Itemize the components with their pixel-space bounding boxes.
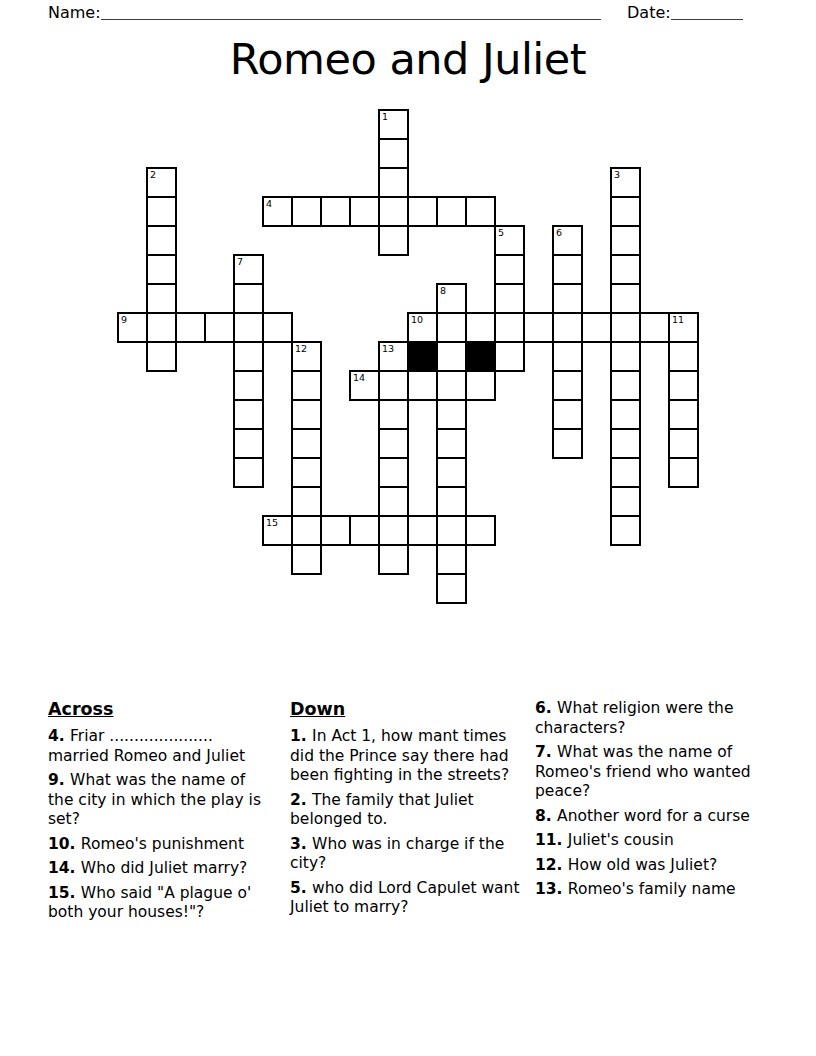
clue-number: 7 bbox=[237, 256, 243, 267]
clue-across-15: 15. Who said "A plague o' both your hous… bbox=[48, 884, 266, 923]
grid-cell[interactable] bbox=[610, 196, 641, 227]
clue-number-label: 8. bbox=[535, 807, 557, 825]
name-underline bbox=[101, 19, 601, 20]
clue-text: Romeo's punishment bbox=[81, 835, 244, 853]
grid-cell[interactable] bbox=[378, 457, 409, 488]
grid-cell[interactable] bbox=[349, 196, 380, 227]
grid-cell[interactable] bbox=[436, 196, 467, 227]
clue-number: 9 bbox=[121, 314, 127, 325]
grid-cell[interactable] bbox=[610, 254, 641, 285]
grid-cell[interactable] bbox=[610, 283, 641, 314]
crossword-grid: 123456789101112131415 bbox=[117, 109, 699, 604]
grid-cell[interactable] bbox=[494, 312, 525, 343]
grid-cell[interactable] bbox=[494, 283, 525, 314]
grid-cell[interactable] bbox=[668, 457, 699, 488]
clue-text: who did Lord Capulet want Juliet to marr… bbox=[290, 879, 520, 917]
grid-cell[interactable] bbox=[378, 486, 409, 517]
clue-number: 13 bbox=[382, 343, 394, 354]
grid-cell[interactable] bbox=[552, 399, 583, 430]
grid-cell[interactable]: 12 bbox=[291, 341, 322, 372]
grid-cell[interactable]: 13 bbox=[378, 341, 409, 372]
clue-number-label: 2. bbox=[290, 791, 312, 809]
crossword-worksheet: Name: Date: Romeo and Juliet 12345678910… bbox=[0, 0, 816, 1056]
grid-cell[interactable] bbox=[552, 428, 583, 459]
clue-across-14: 14. Who did Juliet marry? bbox=[48, 859, 266, 879]
grid-cell[interactable] bbox=[436, 573, 467, 604]
clue-down-1: 1. In Act 1, how mant times did the Prin… bbox=[290, 727, 530, 786]
clue-number-label: 4. bbox=[48, 727, 70, 745]
grid-cell[interactable] bbox=[552, 254, 583, 285]
clue-text: Another word for a curse bbox=[557, 807, 750, 825]
grid-cell[interactable] bbox=[378, 515, 409, 546]
clue-number: 1 bbox=[382, 111, 388, 122]
grid-cell[interactable] bbox=[146, 312, 177, 343]
grid-cell[interactable] bbox=[610, 225, 641, 256]
clue-text: Who did Juliet marry? bbox=[81, 859, 248, 877]
clue-down-13: 13. Romeo's family name bbox=[535, 880, 767, 900]
grid-cell[interactable] bbox=[552, 370, 583, 401]
grid-cell[interactable] bbox=[465, 196, 496, 227]
clue-number-label: 6. bbox=[535, 699, 557, 717]
down-clue-list-2: 6. What religion were the characters?7. … bbox=[535, 699, 767, 900]
clue-down-7: 7. What was the name of Romeo's friend w… bbox=[535, 743, 767, 802]
grid-cell[interactable] bbox=[291, 457, 322, 488]
grid-cell[interactable] bbox=[378, 138, 409, 169]
grid-cell[interactable]: 14 bbox=[349, 370, 380, 401]
across-clues-column: Across 4. Friar ..................... ma… bbox=[48, 699, 266, 928]
clue-down-12: 12. How old was Juliet? bbox=[535, 856, 767, 876]
clue-number-label: 14. bbox=[48, 859, 81, 877]
down-heading: Down bbox=[290, 699, 530, 719]
grid-cell[interactable] bbox=[668, 428, 699, 459]
clue-text: What religion were the characters? bbox=[535, 699, 733, 737]
grid-cell[interactable] bbox=[291, 515, 322, 546]
grid-cell[interactable] bbox=[494, 254, 525, 285]
grid-cell[interactable] bbox=[349, 515, 380, 546]
grid-cell[interactable] bbox=[146, 283, 177, 314]
grid-cell[interactable] bbox=[291, 399, 322, 430]
clue-number-label: 7. bbox=[535, 743, 557, 761]
grid-cell[interactable] bbox=[407, 196, 438, 227]
grid-cell[interactable] bbox=[407, 515, 438, 546]
clue-down-6: 6. What religion were the characters? bbox=[535, 699, 767, 738]
grid-cell[interactable]: 2 bbox=[146, 167, 177, 198]
grid-cell[interactable] bbox=[291, 196, 322, 227]
grid-cell[interactable]: 4 bbox=[262, 196, 293, 227]
grid-cell[interactable]: 3 bbox=[610, 167, 641, 198]
clue-number: 4 bbox=[266, 198, 272, 209]
across-clue-list: 4. Friar ..................... married R… bbox=[48, 727, 266, 923]
grid-cell[interactable] bbox=[378, 544, 409, 575]
grid-cell[interactable] bbox=[320, 515, 351, 546]
grid-cell[interactable]: 9 bbox=[117, 312, 148, 343]
grid-cell[interactable] bbox=[378, 225, 409, 256]
page-title: Romeo and Juliet bbox=[0, 34, 816, 84]
clue-number: 12 bbox=[295, 343, 307, 354]
grid-cell[interactable] bbox=[407, 370, 438, 401]
clue-text: What was the name of Romeo's friend who … bbox=[535, 743, 751, 800]
clue-number: 6 bbox=[556, 227, 562, 238]
grid-cell[interactable] bbox=[610, 486, 641, 517]
grid-cell[interactable]: 5 bbox=[494, 225, 525, 256]
grid-cell[interactable] bbox=[436, 486, 467, 517]
grid-cell[interactable] bbox=[552, 312, 583, 343]
clue-number: 8 bbox=[440, 285, 446, 296]
clue-across-10: 10. Romeo's punishment bbox=[48, 835, 266, 855]
grid-cell[interactable] bbox=[233, 457, 264, 488]
grid-cell[interactable] bbox=[146, 196, 177, 227]
grid-cell[interactable]: 6 bbox=[552, 225, 583, 256]
black-cell bbox=[407, 341, 438, 372]
grid-cell[interactable] bbox=[436, 457, 467, 488]
grid-cell[interactable] bbox=[523, 312, 554, 343]
grid-cell[interactable] bbox=[262, 312, 293, 343]
date-label: Date: bbox=[627, 3, 671, 22]
grid-cell[interactable] bbox=[436, 515, 467, 546]
grid-cell[interactable]: 8 bbox=[436, 283, 467, 314]
grid-cell[interactable] bbox=[378, 428, 409, 459]
grid-cell[interactable] bbox=[378, 370, 409, 401]
grid-cell[interactable] bbox=[146, 341, 177, 372]
grid-cell[interactable] bbox=[610, 399, 641, 430]
grid-cell[interactable] bbox=[610, 515, 641, 546]
clue-number: 10 bbox=[411, 314, 423, 325]
grid-cell[interactable] bbox=[378, 399, 409, 430]
grid-cell[interactable] bbox=[552, 283, 583, 314]
grid-cell[interactable]: 15 bbox=[262, 515, 293, 546]
grid-cell[interactable]: 11 bbox=[668, 312, 699, 343]
down-clue-list-1: 1. In Act 1, how mant times did the Prin… bbox=[290, 727, 530, 918]
clue-number-label: 10. bbox=[48, 835, 81, 853]
grid-cell[interactable] bbox=[668, 341, 699, 372]
clue-text: Who was in charge if the city? bbox=[290, 835, 504, 873]
clue-number-label: 13. bbox=[535, 880, 568, 898]
grid-cell[interactable] bbox=[610, 457, 641, 488]
clue-text: Juliet's cousin bbox=[568, 831, 674, 849]
down-clues-column-2: 6. What religion were the characters?7. … bbox=[535, 699, 767, 905]
grid-cell[interactable]: 1 bbox=[378, 109, 409, 140]
grid-cell[interactable] bbox=[436, 544, 467, 575]
grid-cell[interactable]: 10 bbox=[407, 312, 438, 343]
clue-text: Friar ..................... married Rome… bbox=[48, 727, 245, 765]
clue-text: In Act 1, how mant times did the Prince … bbox=[290, 727, 509, 784]
grid-cell[interactable] bbox=[552, 341, 583, 372]
grid-cell[interactable] bbox=[581, 312, 612, 343]
black-cell bbox=[465, 341, 496, 372]
clue-number-label: 9. bbox=[48, 771, 70, 789]
date-underline bbox=[671, 19, 743, 20]
clue-across-4: 4. Friar ..................... married R… bbox=[48, 727, 266, 766]
grid-cell[interactable] bbox=[436, 428, 467, 459]
clue-number-label: 1. bbox=[290, 727, 312, 745]
clue-number-label: 3. bbox=[290, 835, 312, 853]
grid-cell[interactable] bbox=[320, 196, 351, 227]
grid-cell[interactable] bbox=[436, 370, 467, 401]
grid-cell[interactable] bbox=[233, 370, 264, 401]
clue-down-2: 2. The family that Juliet belonged to. bbox=[290, 791, 530, 830]
clue-number: 11 bbox=[672, 314, 684, 325]
grid-cell[interactable] bbox=[639, 312, 670, 343]
grid-cell[interactable] bbox=[668, 399, 699, 430]
down-clues-column-1: Down 1. In Act 1, how mant times did the… bbox=[290, 699, 530, 923]
grid-cell[interactable] bbox=[465, 370, 496, 401]
grid-cell[interactable] bbox=[175, 312, 206, 343]
across-heading: Across bbox=[48, 699, 266, 719]
grid-cell[interactable] bbox=[204, 312, 235, 343]
grid-cell[interactable] bbox=[146, 254, 177, 285]
grid-cell[interactable] bbox=[610, 341, 641, 372]
clue-down-11: 11. Juliet's cousin bbox=[535, 831, 767, 851]
grid-cell[interactable] bbox=[291, 544, 322, 575]
clue-text: How old was Juliet? bbox=[568, 856, 717, 874]
grid-cell[interactable] bbox=[378, 167, 409, 198]
grid-cell[interactable] bbox=[465, 312, 496, 343]
grid-cell[interactable] bbox=[610, 428, 641, 459]
grid-cell[interactable] bbox=[668, 370, 699, 401]
grid-cell[interactable] bbox=[233, 341, 264, 372]
name-label: Name: bbox=[48, 3, 101, 22]
clue-number-label: 12. bbox=[535, 856, 568, 874]
clue-number: 14 bbox=[353, 372, 365, 383]
clue-across-9: 9. What was the name of the city in whic… bbox=[48, 771, 266, 830]
clue-text: Romeo's family name bbox=[568, 880, 736, 898]
clue-text: What was the name of the city in which t… bbox=[48, 771, 261, 828]
clue-down-5: 5. who did Lord Capulet want Juliet to m… bbox=[290, 879, 530, 918]
grid-cell[interactable] bbox=[291, 370, 322, 401]
clue-down-3: 3. Who was in charge if the city? bbox=[290, 835, 530, 874]
grid-cell[interactable] bbox=[146, 225, 177, 256]
grid-cell[interactable] bbox=[233, 312, 264, 343]
grid-cell[interactable] bbox=[465, 515, 496, 546]
grid-cell[interactable] bbox=[233, 428, 264, 459]
clue-text: The family that Juliet belonged to. bbox=[290, 791, 474, 829]
grid-cell[interactable] bbox=[436, 399, 467, 430]
grid-cell[interactable] bbox=[378, 196, 409, 227]
clue-down-8: 8. Another word for a curse bbox=[535, 807, 767, 827]
grid-cell[interactable] bbox=[291, 486, 322, 517]
grid-cell[interactable] bbox=[610, 312, 641, 343]
clue-number: 3 bbox=[614, 169, 620, 180]
grid-cell[interactable] bbox=[291, 428, 322, 459]
grid-cell[interactable] bbox=[233, 283, 264, 314]
clue-number-label: 5. bbox=[290, 879, 312, 897]
grid-cell[interactable] bbox=[233, 399, 264, 430]
clue-number-label: 15. bbox=[48, 884, 81, 902]
grid-cell[interactable] bbox=[436, 341, 467, 372]
clue-number: 5 bbox=[498, 227, 504, 238]
clue-number-label: 11. bbox=[535, 831, 568, 849]
clue-number: 15 bbox=[266, 517, 278, 528]
grid-cell[interactable] bbox=[610, 370, 641, 401]
grid-cell[interactable] bbox=[436, 312, 467, 343]
clue-number: 2 bbox=[150, 169, 156, 180]
grid-cell[interactable] bbox=[494, 341, 525, 372]
grid-cell[interactable]: 7 bbox=[233, 254, 264, 285]
